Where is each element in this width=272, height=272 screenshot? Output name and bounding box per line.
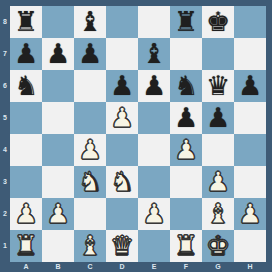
square-e2[interactable]: ♟ bbox=[138, 198, 170, 230]
square-h3[interactable] bbox=[234, 166, 266, 198]
square-h8[interactable] bbox=[234, 6, 266, 38]
square-d3[interactable]: ♞ bbox=[106, 166, 138, 198]
square-f6[interactable]: ♞ bbox=[170, 70, 202, 102]
square-h7[interactable] bbox=[234, 38, 266, 70]
square-f3[interactable] bbox=[170, 166, 202, 198]
square-f2[interactable] bbox=[170, 198, 202, 230]
square-c3[interactable]: ♞ bbox=[74, 166, 106, 198]
square-a8[interactable]: ♜ bbox=[10, 6, 42, 38]
square-c1[interactable]: ♝ bbox=[74, 230, 106, 262]
square-c6[interactable] bbox=[74, 70, 106, 102]
square-g8[interactable]: ♚ bbox=[202, 6, 234, 38]
square-e7[interactable]: ♝ bbox=[138, 38, 170, 70]
piece-black-pawn-g5[interactable]: ♟ bbox=[202, 102, 234, 134]
square-g7[interactable] bbox=[202, 38, 234, 70]
rank-label-1: 1 bbox=[0, 230, 10, 262]
square-d5[interactable]: ♟ bbox=[106, 102, 138, 134]
square-f1[interactable]: ♜ bbox=[170, 230, 202, 262]
piece-black-queen-g6[interactable]: ♛ bbox=[202, 70, 234, 102]
piece-black-bishop-e7[interactable]: ♝ bbox=[138, 38, 170, 70]
piece-black-rook-f8[interactable]: ♜ bbox=[170, 6, 202, 38]
rank-label-4: 4 bbox=[0, 134, 10, 166]
square-d7[interactable] bbox=[106, 38, 138, 70]
file-label-h: H bbox=[234, 261, 266, 272]
rank-labels: 87654321 bbox=[0, 6, 10, 262]
square-f4[interactable]: ♟ bbox=[170, 134, 202, 166]
square-g2[interactable]: ♝ bbox=[202, 198, 234, 230]
piece-black-bishop-c8[interactable]: ♝ bbox=[74, 6, 106, 38]
rank-label-6: 6 bbox=[0, 70, 10, 102]
file-labels: ABCDEFGH bbox=[10, 261, 266, 272]
square-a6[interactable]: ♞ bbox=[10, 70, 42, 102]
piece-white-rook-a1[interactable]: ♜ bbox=[10, 230, 42, 262]
rank-label-8: 8 bbox=[0, 6, 10, 38]
piece-white-pawn-g3[interactable]: ♟ bbox=[202, 166, 234, 198]
square-d6[interactable]: ♟ bbox=[106, 70, 138, 102]
square-g3[interactable]: ♟ bbox=[202, 166, 234, 198]
file-label-d: D bbox=[106, 261, 138, 272]
file-label-e: E bbox=[138, 261, 170, 272]
square-e3[interactable] bbox=[138, 166, 170, 198]
piece-white-pawn-e2[interactable]: ♟ bbox=[138, 198, 170, 230]
square-c2[interactable] bbox=[74, 198, 106, 230]
square-b2[interactable]: ♟ bbox=[42, 198, 74, 230]
piece-white-pawn-b2[interactable]: ♟ bbox=[42, 198, 74, 230]
piece-white-queen-d1[interactable]: ♛ bbox=[106, 230, 138, 262]
piece-white-pawn-d5[interactable]: ♟ bbox=[106, 102, 138, 134]
piece-white-pawn-h2[interactable]: ♟ bbox=[234, 198, 266, 230]
square-c8[interactable]: ♝ bbox=[74, 6, 106, 38]
square-e4[interactable] bbox=[138, 134, 170, 166]
chess-board: ♜♝♜♚♟♟♟♝♞♟♟♞♛♟♟♟♟♟♟♞♞♟♟♟♟♝♟♜♝♛♜♚ bbox=[10, 6, 266, 262]
square-h5[interactable] bbox=[234, 102, 266, 134]
square-d8[interactable] bbox=[106, 6, 138, 38]
square-a5[interactable] bbox=[10, 102, 42, 134]
piece-white-king-g1[interactable]: ♚ bbox=[202, 230, 234, 262]
square-g1[interactable]: ♚ bbox=[202, 230, 234, 262]
square-d1[interactable]: ♛ bbox=[106, 230, 138, 262]
square-a2[interactable]: ♟ bbox=[10, 198, 42, 230]
square-b8[interactable] bbox=[42, 6, 74, 38]
file-label-a: A bbox=[10, 261, 42, 272]
piece-black-pawn-h6[interactable]: ♟ bbox=[234, 70, 266, 102]
piece-black-king-g8[interactable]: ♚ bbox=[202, 6, 234, 38]
square-f7[interactable] bbox=[170, 38, 202, 70]
piece-black-pawn-d6[interactable]: ♟ bbox=[106, 70, 138, 102]
square-a3[interactable] bbox=[10, 166, 42, 198]
square-f8[interactable]: ♜ bbox=[170, 6, 202, 38]
square-b6[interactable] bbox=[42, 70, 74, 102]
square-h6[interactable]: ♟ bbox=[234, 70, 266, 102]
square-h2[interactable]: ♟ bbox=[234, 198, 266, 230]
rank-label-7: 7 bbox=[0, 38, 10, 70]
square-b4[interactable] bbox=[42, 134, 74, 166]
square-d4[interactable] bbox=[106, 134, 138, 166]
piece-black-rook-a8[interactable]: ♜ bbox=[10, 6, 42, 38]
rank-label-3: 3 bbox=[0, 166, 10, 198]
square-c5[interactable] bbox=[74, 102, 106, 134]
square-f5[interactable]: ♟ bbox=[170, 102, 202, 134]
piece-white-knight-d3[interactable]: ♞ bbox=[106, 166, 138, 198]
chess-diagram: 87654321 ABCDEFGH ♜♝♜♚♟♟♟♝♞♟♟♞♛♟♟♟♟♟♟♞♞♟… bbox=[0, 0, 272, 272]
piece-white-rook-f1[interactable]: ♜ bbox=[170, 230, 202, 262]
square-a4[interactable] bbox=[10, 134, 42, 166]
piece-black-pawn-e6[interactable]: ♟ bbox=[138, 70, 170, 102]
piece-black-pawn-a7[interactable]: ♟ bbox=[10, 38, 42, 70]
square-h1[interactable] bbox=[234, 230, 266, 262]
piece-black-pawn-f5[interactable]: ♟ bbox=[170, 102, 202, 134]
square-g6[interactable]: ♛ bbox=[202, 70, 234, 102]
square-a7[interactable]: ♟ bbox=[10, 38, 42, 70]
square-c7[interactable]: ♟ bbox=[74, 38, 106, 70]
square-e6[interactable]: ♟ bbox=[138, 70, 170, 102]
square-b3[interactable] bbox=[42, 166, 74, 198]
piece-black-knight-f6[interactable]: ♞ bbox=[170, 70, 202, 102]
file-label-f: F bbox=[170, 261, 202, 272]
piece-white-pawn-c4[interactable]: ♟ bbox=[74, 134, 106, 166]
square-b5[interactable] bbox=[42, 102, 74, 134]
square-b7[interactable]: ♟ bbox=[42, 38, 74, 70]
piece-white-bishop-c1[interactable]: ♝ bbox=[74, 230, 106, 262]
piece-black-knight-a6[interactable]: ♞ bbox=[10, 70, 42, 102]
square-d2[interactable] bbox=[106, 198, 138, 230]
file-label-g: G bbox=[202, 261, 234, 272]
square-e8[interactable] bbox=[138, 6, 170, 38]
rank-label-2: 2 bbox=[0, 198, 10, 230]
square-a1[interactable]: ♜ bbox=[10, 230, 42, 262]
piece-white-pawn-a2[interactable]: ♟ bbox=[10, 198, 42, 230]
piece-white-pawn-f4[interactable]: ♟ bbox=[170, 134, 202, 166]
piece-white-bishop-g2[interactable]: ♝ bbox=[202, 198, 234, 230]
square-b1[interactable] bbox=[42, 230, 74, 262]
square-e5[interactable] bbox=[138, 102, 170, 134]
rank-label-5: 5 bbox=[0, 102, 10, 134]
piece-white-knight-c3[interactable]: ♞ bbox=[74, 166, 106, 198]
piece-black-pawn-c7[interactable]: ♟ bbox=[74, 38, 106, 70]
file-label-c: C bbox=[74, 261, 106, 272]
square-g5[interactable]: ♟ bbox=[202, 102, 234, 134]
square-e1[interactable] bbox=[138, 230, 170, 262]
square-h4[interactable] bbox=[234, 134, 266, 166]
square-g4[interactable] bbox=[202, 134, 234, 166]
file-label-b: B bbox=[42, 261, 74, 272]
square-c4[interactable]: ♟ bbox=[74, 134, 106, 166]
piece-black-pawn-b7[interactable]: ♟ bbox=[42, 38, 74, 70]
